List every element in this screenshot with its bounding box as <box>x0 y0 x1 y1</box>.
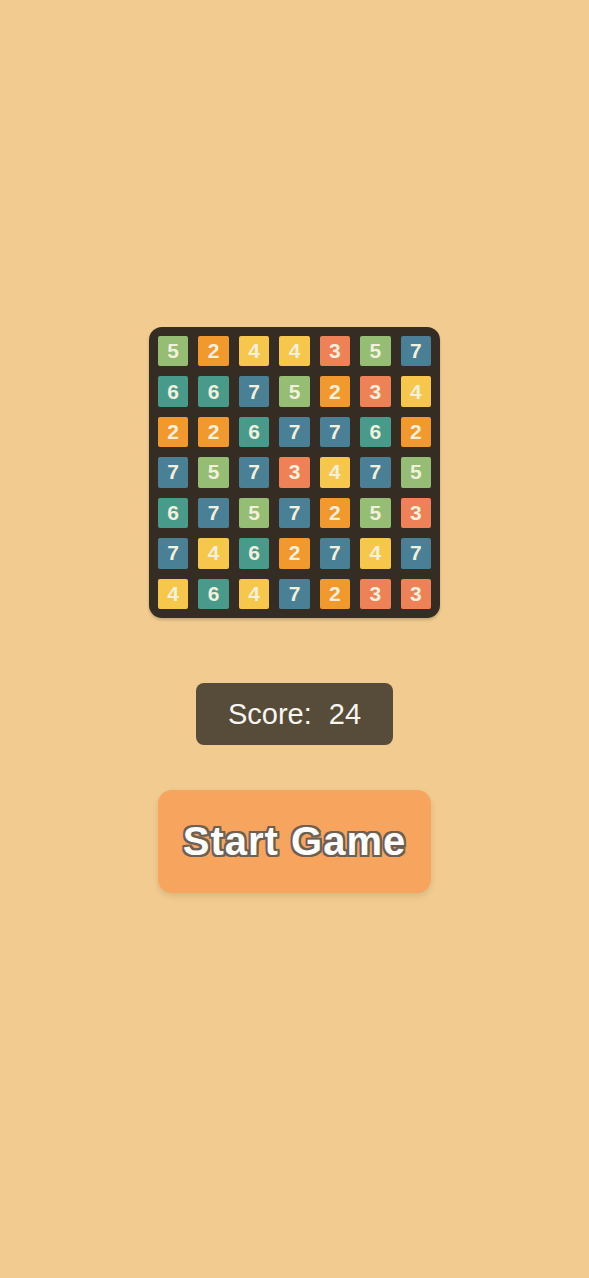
tile-r7c6[interactable]: 3 <box>360 579 390 609</box>
tile-r3c5[interactable]: 7 <box>320 417 350 447</box>
tile-r3c3[interactable]: 6 <box>239 417 269 447</box>
tile-r7c4[interactable]: 7 <box>279 579 309 609</box>
score-value: 24 <box>329 698 361 731</box>
tile-r5c6[interactable]: 5 <box>360 498 390 528</box>
tile-r2c1[interactable]: 6 <box>158 376 188 406</box>
tile-r1c3[interactable]: 4 <box>239 336 269 366</box>
tile-r5c3[interactable]: 5 <box>239 498 269 528</box>
tile-r2c4[interactable]: 5 <box>279 376 309 406</box>
tile-r6c7[interactable]: 7 <box>401 538 431 568</box>
tile-r6c4[interactable]: 2 <box>279 538 309 568</box>
tile-r3c2[interactable]: 2 <box>198 417 228 447</box>
tile-r3c7[interactable]: 2 <box>401 417 431 447</box>
tile-r6c6[interactable]: 4 <box>360 538 390 568</box>
tile-r1c2[interactable]: 2 <box>198 336 228 366</box>
tile-r2c2[interactable]: 6 <box>198 376 228 406</box>
tile-r4c2[interactable]: 5 <box>198 457 228 487</box>
tile-r6c3[interactable]: 6 <box>239 538 269 568</box>
tile-r1c4[interactable]: 4 <box>279 336 309 366</box>
tile-r2c3[interactable]: 7 <box>239 376 269 406</box>
tile-r5c2[interactable]: 7 <box>198 498 228 528</box>
tile-r4c6[interactable]: 7 <box>360 457 390 487</box>
tile-r3c6[interactable]: 6 <box>360 417 390 447</box>
tile-r4c4[interactable]: 3 <box>279 457 309 487</box>
tile-r7c1[interactable]: 4 <box>158 579 188 609</box>
tile-r7c5[interactable]: 2 <box>320 579 350 609</box>
tile-r4c7[interactable]: 5 <box>401 457 431 487</box>
tile-r5c7[interactable]: 3 <box>401 498 431 528</box>
start-game-button[interactable]: Start Game <box>158 790 431 893</box>
tile-r5c5[interactable]: 2 <box>320 498 350 528</box>
tile-r5c1[interactable]: 6 <box>158 498 188 528</box>
game-screen: 5244357667523422677627573475675725374627… <box>0 0 589 1278</box>
tile-r7c3[interactable]: 4 <box>239 579 269 609</box>
start-game-label: Start Game <box>183 819 406 864</box>
tile-r7c2[interactable]: 6 <box>198 579 228 609</box>
tile-r6c5[interactable]: 7 <box>320 538 350 568</box>
tile-r5c4[interactable]: 7 <box>279 498 309 528</box>
game-board: 5244357667523422677627573475675725374627… <box>149 327 440 618</box>
tile-r7c7[interactable]: 3 <box>401 579 431 609</box>
tile-r6c2[interactable]: 4 <box>198 538 228 568</box>
tile-r1c7[interactable]: 7 <box>401 336 431 366</box>
tile-r4c5[interactable]: 4 <box>320 457 350 487</box>
score-box: Score: 24 <box>196 683 393 745</box>
tile-r2c5[interactable]: 2 <box>320 376 350 406</box>
tile-r2c6[interactable]: 3 <box>360 376 390 406</box>
tile-r1c1[interactable]: 5 <box>158 336 188 366</box>
score-label: Score: <box>228 698 312 731</box>
tile-r2c7[interactable]: 4 <box>401 376 431 406</box>
tile-r4c1[interactable]: 7 <box>158 457 188 487</box>
tile-r3c4[interactable]: 7 <box>279 417 309 447</box>
tile-r1c5[interactable]: 3 <box>320 336 350 366</box>
tile-r6c1[interactable]: 7 <box>158 538 188 568</box>
tile-r3c1[interactable]: 2 <box>158 417 188 447</box>
tile-r1c6[interactable]: 5 <box>360 336 390 366</box>
tile-r4c3[interactable]: 7 <box>239 457 269 487</box>
